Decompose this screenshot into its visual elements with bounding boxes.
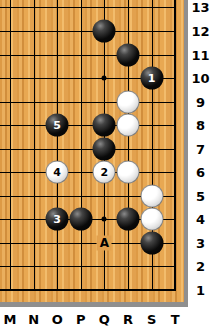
stone-black-r11[interactable] — [117, 43, 140, 66]
go-board[interactable] — [0, 0, 184, 302]
go-diagram-window: 15423AMNOPQRST13121110987654321 — [0, 0, 212, 332]
row-label-9: 9 — [189, 96, 212, 110]
row-label-5: 5 — [189, 190, 212, 204]
move-number-3: 3 — [53, 214, 61, 225]
column-label-p: P — [71, 312, 91, 328]
move-number-4: 4 — [53, 167, 61, 178]
grid-line-col-M — [10, 0, 11, 291]
row-label-12: 12 — [189, 25, 212, 39]
stone-white-r9[interactable] — [117, 90, 140, 113]
grid-line-row-6 — [0, 172, 176, 173]
row-label-11: 11 — [189, 49, 212, 63]
star-point-q10 — [102, 76, 107, 81]
stone-black-q12[interactable] — [93, 19, 116, 42]
grid-line-row-8 — [0, 125, 176, 126]
grid-line-row-12 — [0, 31, 176, 32]
stone-white-r6[interactable] — [117, 161, 140, 184]
column-label-m: M — [0, 312, 20, 328]
row-label-4: 4 — [189, 213, 212, 227]
stone-white-o6[interactable]: 4 — [46, 161, 69, 184]
row-label-8: 8 — [189, 119, 212, 133]
stone-black-s3[interactable] — [140, 231, 163, 254]
grid-line-row-7 — [0, 149, 176, 150]
row-label-1: 1 — [189, 284, 212, 298]
row-label-13: 13 — [189, 1, 212, 15]
grid-line-row-13 — [0, 7, 176, 8]
annotation-a-q3[interactable]: A — [97, 235, 112, 250]
stone-black-o4[interactable]: 3 — [46, 208, 69, 231]
move-number-5: 5 — [53, 120, 61, 131]
row-label-2: 2 — [189, 260, 212, 274]
stone-black-q8[interactable] — [93, 114, 116, 137]
stone-white-r8[interactable] — [117, 114, 140, 137]
column-label-o: O — [47, 312, 67, 328]
stone-black-s10[interactable]: 1 — [140, 67, 163, 90]
row-label-10: 10 — [189, 72, 212, 86]
row-label-6: 6 — [189, 166, 212, 180]
move-number-1: 1 — [148, 73, 156, 84]
board-shadow-right — [184, 0, 188, 307]
stone-black-q7[interactable] — [93, 137, 116, 160]
grid-line-col-T — [174, 0, 176, 291]
column-label-n: N — [24, 312, 44, 328]
column-label-q: Q — [94, 312, 114, 328]
move-number-2: 2 — [101, 167, 109, 178]
grid-line-col-N — [34, 0, 35, 291]
grid-line-row-1 — [0, 289, 176, 291]
row-label-7: 7 — [189, 143, 212, 157]
stone-black-o8[interactable]: 5 — [46, 114, 69, 137]
grid-line-col-O — [57, 0, 58, 291]
column-label-s: S — [142, 312, 162, 328]
star-point-q4 — [102, 217, 107, 222]
column-label-r: R — [118, 312, 138, 328]
column-label-t: T — [165, 312, 185, 328]
stone-white-s5[interactable] — [140, 184, 163, 207]
stone-white-q6[interactable]: 2 — [93, 161, 116, 184]
row-label-3: 3 — [189, 237, 212, 251]
grid-line-row-9 — [0, 102, 176, 103]
grid-line-row-2 — [0, 266, 176, 267]
grid-line-col-P — [81, 0, 82, 291]
stone-black-p4[interactable] — [69, 208, 92, 231]
board-shadow-bottom — [0, 302, 188, 307]
grid-line-row-11 — [0, 55, 176, 56]
stone-black-r4[interactable] — [117, 208, 140, 231]
stone-white-s4[interactable] — [140, 208, 163, 231]
